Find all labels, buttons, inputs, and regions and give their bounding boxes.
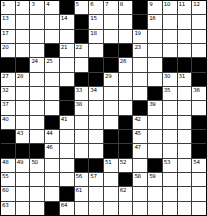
cell-r11c6[interactable] bbox=[75, 144, 89, 157]
cell-r14c8[interactable] bbox=[104, 187, 118, 200]
cell-r9c11[interactable] bbox=[148, 116, 162, 129]
cell-r1c4[interactable]: 4 bbox=[45, 1, 59, 14]
cell-r7c12[interactable]: 35 bbox=[163, 87, 177, 100]
clue-number-5: 5 bbox=[76, 1, 79, 7]
clue-number-48: 48 bbox=[2, 159, 8, 165]
clue-number-9: 9 bbox=[149, 1, 152, 7]
cell-r7c2[interactable] bbox=[16, 87, 30, 100]
cell-r8c1[interactable]: 37 bbox=[1, 101, 15, 114]
cell-r14c4[interactable] bbox=[45, 187, 59, 200]
cell-r13c13[interactable] bbox=[178, 173, 192, 186]
cell-r12c4[interactable] bbox=[45, 159, 59, 172]
black-cell bbox=[133, 1, 147, 14]
clue-number-34: 34 bbox=[90, 87, 96, 93]
cell-r14c10[interactable] bbox=[133, 187, 147, 200]
cell-r5c6[interactable] bbox=[75, 58, 89, 71]
cell-r13c3[interactable] bbox=[30, 173, 44, 186]
cell-r14c6[interactable]: 61 bbox=[75, 187, 89, 200]
cell-r4c10[interactable]: 23 bbox=[133, 44, 147, 57]
cell-r2c14[interactable] bbox=[192, 15, 206, 28]
cell-r1c2[interactable]: 2 bbox=[16, 1, 30, 14]
cell-r1c7[interactable]: 6 bbox=[89, 1, 103, 14]
cell-r10c3[interactable] bbox=[30, 130, 44, 143]
clue-number-17: 17 bbox=[2, 30, 8, 36]
clue-number-38: 38 bbox=[76, 101, 82, 107]
cell-r6c11[interactable] bbox=[148, 73, 162, 86]
clue-number-39: 39 bbox=[149, 101, 155, 107]
black-cell bbox=[192, 58, 206, 71]
clue-number-61: 61 bbox=[76, 187, 82, 193]
clue-number-64: 64 bbox=[61, 202, 67, 208]
black-cell bbox=[45, 202, 59, 215]
cell-r8c12[interactable] bbox=[163, 101, 177, 114]
black-cell bbox=[60, 1, 74, 14]
cell-r14c7[interactable] bbox=[89, 187, 103, 200]
cell-r2c13[interactable] bbox=[178, 15, 192, 28]
black-cell bbox=[1, 144, 15, 157]
black-cell bbox=[148, 159, 162, 172]
cell-r13c11[interactable]: 59 bbox=[148, 173, 162, 186]
cell-r3c12[interactable] bbox=[163, 30, 177, 43]
clue-number-30: 30 bbox=[164, 73, 170, 79]
clue-number-27: 27 bbox=[2, 73, 8, 79]
black-cell bbox=[45, 44, 59, 57]
cell-r9c13[interactable] bbox=[178, 116, 192, 129]
cell-r2c7[interactable]: 15 bbox=[89, 15, 103, 28]
cell-r9c8[interactable] bbox=[104, 116, 118, 129]
cell-r4c11[interactable] bbox=[148, 44, 162, 57]
black-cell bbox=[133, 15, 147, 28]
clue-number-20: 20 bbox=[2, 44, 8, 50]
black-cell bbox=[60, 101, 74, 114]
black-cell bbox=[75, 15, 89, 28]
cell-r7c13[interactable] bbox=[178, 87, 192, 100]
cell-r4c5[interactable]: 21 bbox=[60, 44, 74, 57]
black-cell bbox=[75, 30, 89, 43]
black-cell bbox=[1, 130, 15, 143]
cell-r7c1[interactable]: 32 bbox=[1, 87, 15, 100]
cell-r8c3[interactable] bbox=[30, 101, 44, 114]
cell-r2c3[interactable] bbox=[30, 15, 44, 28]
cell-r1c8[interactable]: 7 bbox=[104, 1, 118, 14]
clue-number-53: 53 bbox=[164, 159, 170, 165]
clue-number-7: 7 bbox=[105, 1, 108, 7]
cell-r1c11[interactable]: 9 bbox=[148, 1, 162, 14]
cell-r14c1[interactable]: 60 bbox=[1, 187, 15, 200]
clue-number-42: 42 bbox=[134, 116, 140, 122]
cell-r10c13[interactable] bbox=[178, 130, 192, 143]
cell-r6c4[interactable] bbox=[45, 73, 59, 86]
cell-r13c4[interactable] bbox=[45, 173, 59, 186]
cell-r15c3[interactable] bbox=[30, 202, 44, 215]
cell-r8c7[interactable] bbox=[89, 101, 103, 114]
black-cell bbox=[60, 87, 74, 100]
cell-r11c10[interactable]: 47 bbox=[133, 144, 147, 157]
cell-r1c12[interactable]: 10 bbox=[163, 1, 177, 14]
cell-r15c2[interactable] bbox=[16, 202, 30, 215]
cell-r7c8[interactable] bbox=[104, 87, 118, 100]
cell-r3c4[interactable] bbox=[45, 30, 59, 43]
cell-r1c1[interactable]: 1 bbox=[1, 1, 15, 14]
cell-r15c12[interactable] bbox=[163, 202, 177, 215]
clue-number-46: 46 bbox=[46, 144, 52, 150]
cell-r14c12[interactable] bbox=[163, 187, 177, 200]
cell-r7c3[interactable] bbox=[30, 87, 44, 100]
cell-r10c2[interactable]: 43 bbox=[16, 130, 30, 143]
black-cell bbox=[30, 144, 44, 157]
clue-number-55: 55 bbox=[2, 173, 8, 179]
cell-r2c4[interactable] bbox=[45, 15, 59, 28]
clue-number-2: 2 bbox=[17, 1, 20, 7]
cell-r13c5[interactable] bbox=[60, 173, 74, 186]
cell-r11c11[interactable] bbox=[148, 144, 162, 157]
black-cell bbox=[89, 58, 103, 71]
cell-r3c13[interactable] bbox=[178, 30, 192, 43]
cell-r15c7[interactable] bbox=[89, 202, 103, 215]
cell-r7c9[interactable] bbox=[119, 87, 133, 100]
cell-r13c7[interactable]: 57 bbox=[89, 173, 103, 186]
cell-r1c9[interactable]: 8 bbox=[119, 1, 133, 14]
black-cell bbox=[104, 44, 118, 57]
clue-number-21: 21 bbox=[61, 44, 67, 50]
crossword-grid: 1234567891011121314151617181920212223242… bbox=[0, 0, 207, 216]
clue-number-63: 63 bbox=[2, 202, 8, 208]
cell-r5c10[interactable] bbox=[133, 58, 147, 71]
cell-r15c9[interactable] bbox=[119, 202, 133, 215]
cell-r12c1[interactable]: 48 bbox=[1, 159, 15, 172]
cell-r9c7[interactable] bbox=[89, 116, 103, 129]
clue-number-8: 8 bbox=[120, 1, 123, 7]
cell-r5c9[interactable]: 26 bbox=[119, 58, 133, 71]
black-cell bbox=[89, 159, 103, 172]
clue-number-22: 22 bbox=[76, 44, 82, 50]
cell-r2c1[interactable]: 13 bbox=[1, 15, 15, 28]
cell-r7c7[interactable]: 34 bbox=[89, 87, 103, 100]
black-cell bbox=[119, 173, 133, 186]
clue-number-57: 57 bbox=[90, 173, 96, 179]
cell-r7c10[interactable] bbox=[133, 87, 147, 100]
black-cell bbox=[104, 144, 118, 157]
clue-number-60: 60 bbox=[2, 187, 8, 193]
cell-r10c7[interactable] bbox=[89, 130, 103, 143]
crossword-page: 1234567891011121314151617181920212223242… bbox=[0, 0, 207, 216]
cell-r6c8[interactable]: 29 bbox=[104, 73, 118, 86]
cell-r12c13[interactable] bbox=[178, 159, 192, 172]
black-cell bbox=[1, 58, 15, 71]
cell-r15c10[interactable] bbox=[133, 202, 147, 215]
cell-r13c2[interactable] bbox=[16, 173, 30, 186]
clue-number-62: 62 bbox=[120, 187, 126, 193]
cell-r5c3[interactable]: 24 bbox=[30, 58, 44, 71]
clue-number-3: 3 bbox=[31, 1, 34, 7]
cell-r14c3[interactable] bbox=[30, 187, 44, 200]
cell-r15c14[interactable] bbox=[192, 202, 206, 215]
cell-r2c9[interactable] bbox=[119, 15, 133, 28]
cell-r13c10[interactable]: 58 bbox=[133, 173, 147, 186]
clue-number-6: 6 bbox=[90, 1, 93, 7]
cell-r11c5[interactable] bbox=[60, 144, 74, 157]
black-cell bbox=[192, 116, 206, 129]
clue-number-16: 16 bbox=[149, 15, 155, 21]
clue-number-58: 58 bbox=[134, 173, 140, 179]
cell-r15c1[interactable]: 63 bbox=[1, 202, 15, 215]
cell-r4c1[interactable]: 20 bbox=[1, 44, 15, 57]
cell-r10c5[interactable] bbox=[60, 130, 74, 143]
cell-r5c4[interactable]: 25 bbox=[45, 58, 59, 71]
cell-r9c10[interactable]: 42 bbox=[133, 116, 147, 129]
clue-number-59: 59 bbox=[149, 173, 155, 179]
cell-r12c10[interactable] bbox=[133, 159, 147, 172]
cell-r4c7[interactable] bbox=[89, 44, 103, 57]
clue-number-35: 35 bbox=[164, 87, 170, 93]
black-cell bbox=[104, 58, 118, 71]
clue-number-26: 26 bbox=[120, 58, 126, 64]
clue-number-19: 19 bbox=[134, 30, 140, 36]
clue-number-1: 1 bbox=[2, 1, 5, 7]
black-cell bbox=[104, 130, 118, 143]
cell-r3c2[interactable] bbox=[16, 30, 30, 43]
cell-r6c5[interactable] bbox=[60, 73, 74, 86]
cell-r8c9[interactable] bbox=[119, 101, 133, 114]
black-cell bbox=[178, 58, 192, 71]
cell-r4c2[interactable] bbox=[16, 44, 30, 57]
black-cell bbox=[119, 130, 133, 143]
cell-r11c4[interactable]: 46 bbox=[45, 144, 59, 157]
cell-r14c14[interactable] bbox=[192, 187, 206, 200]
clue-number-4: 4 bbox=[46, 1, 49, 7]
cell-r12c3[interactable]: 50 bbox=[30, 159, 44, 172]
clue-number-23: 23 bbox=[134, 44, 140, 50]
clue-number-41: 41 bbox=[61, 116, 67, 122]
cell-r10c4[interactable]: 44 bbox=[45, 130, 59, 143]
cell-r15c8[interactable] bbox=[104, 202, 118, 215]
black-cell bbox=[16, 144, 30, 157]
cell-r14c9[interactable]: 62 bbox=[119, 187, 133, 200]
cell-r12c14[interactable]: 54 bbox=[192, 159, 206, 172]
cell-r10c6[interactable] bbox=[75, 130, 89, 143]
cell-r9c1[interactable]: 40 bbox=[1, 116, 15, 129]
cell-r2c5[interactable]: 14 bbox=[60, 15, 74, 28]
cell-r5c11[interactable] bbox=[148, 58, 162, 71]
cell-r6c2[interactable]: 28 bbox=[16, 73, 30, 86]
cell-r14c11[interactable] bbox=[148, 187, 162, 200]
cell-r9c12[interactable] bbox=[163, 116, 177, 129]
clue-number-40: 40 bbox=[2, 116, 8, 122]
cell-r7c14[interactable]: 36 bbox=[192, 87, 206, 100]
cell-r5c5[interactable] bbox=[60, 58, 74, 71]
black-cell bbox=[148, 87, 162, 100]
cell-r13c1[interactable]: 55 bbox=[1, 173, 15, 186]
cell-r6c1[interactable]: 27 bbox=[1, 73, 15, 86]
cell-r9c3[interactable] bbox=[30, 116, 44, 129]
cell-r4c13[interactable] bbox=[178, 44, 192, 57]
cell-r8c4[interactable] bbox=[45, 101, 59, 114]
cell-r4c6[interactable]: 22 bbox=[75, 44, 89, 57]
cell-r4c12[interactable] bbox=[163, 44, 177, 57]
cell-r14c2[interactable] bbox=[16, 187, 30, 200]
cell-r3c9[interactable] bbox=[119, 30, 133, 43]
cell-r3c11[interactable] bbox=[148, 30, 162, 43]
cell-r12c12[interactable]: 53 bbox=[163, 159, 177, 172]
cell-r11c7[interactable] bbox=[89, 144, 103, 157]
clue-number-24: 24 bbox=[31, 58, 37, 64]
clue-number-47: 47 bbox=[134, 144, 140, 150]
clue-number-52: 52 bbox=[120, 159, 126, 165]
cell-r3c7[interactable]: 18 bbox=[89, 30, 103, 43]
cell-r13c14[interactable] bbox=[192, 173, 206, 186]
clue-number-13: 13 bbox=[2, 15, 8, 21]
cell-r15c11[interactable] bbox=[148, 202, 162, 215]
cell-r10c11[interactable] bbox=[148, 130, 162, 143]
clue-number-18: 18 bbox=[90, 30, 96, 36]
cell-r11c13[interactable] bbox=[178, 144, 192, 157]
cell-r2c2[interactable] bbox=[16, 15, 30, 28]
clue-number-29: 29 bbox=[105, 73, 111, 79]
cell-r10c12[interactable] bbox=[163, 130, 177, 143]
cell-r2c12[interactable] bbox=[163, 15, 177, 28]
black-cell bbox=[119, 44, 133, 57]
cell-r12c5[interactable] bbox=[60, 159, 74, 172]
clue-number-51: 51 bbox=[105, 159, 111, 165]
clue-number-49: 49 bbox=[17, 159, 23, 165]
cell-r14c13[interactable] bbox=[178, 187, 192, 200]
clue-number-31: 31 bbox=[179, 73, 185, 79]
cell-r8c11[interactable]: 39 bbox=[148, 101, 162, 114]
cell-r3c3[interactable] bbox=[30, 30, 44, 43]
clue-number-45: 45 bbox=[134, 130, 140, 136]
cell-r10c10[interactable]: 45 bbox=[133, 130, 147, 143]
black-cell bbox=[192, 73, 206, 86]
cell-r1c6[interactable]: 5 bbox=[75, 1, 89, 14]
cell-r8c13[interactable] bbox=[178, 101, 192, 114]
clue-number-11: 11 bbox=[179, 1, 185, 7]
clue-number-15: 15 bbox=[90, 15, 96, 21]
clue-number-56: 56 bbox=[76, 173, 82, 179]
cell-r1c13[interactable]: 11 bbox=[178, 1, 192, 14]
cell-r13c8[interactable] bbox=[104, 173, 118, 186]
clue-number-14: 14 bbox=[61, 15, 67, 21]
cell-r4c3[interactable] bbox=[30, 44, 44, 57]
cell-r3c8[interactable] bbox=[104, 30, 118, 43]
cell-r6c10[interactable] bbox=[133, 73, 147, 86]
cell-r3c14[interactable] bbox=[192, 30, 206, 43]
black-cell bbox=[89, 73, 103, 86]
cell-r6c12[interactable]: 30 bbox=[163, 73, 177, 86]
cell-r1c14[interactable]: 12 bbox=[192, 1, 206, 14]
cell-r11c12[interactable] bbox=[163, 144, 177, 157]
black-cell bbox=[119, 144, 133, 157]
clue-number-44: 44 bbox=[46, 130, 52, 136]
cell-r9c5[interactable]: 41 bbox=[60, 116, 74, 129]
clue-number-28: 28 bbox=[17, 73, 23, 79]
clue-number-12: 12 bbox=[193, 1, 199, 7]
cell-r8c8[interactable] bbox=[104, 101, 118, 114]
cell-r3c10[interactable]: 19 bbox=[133, 30, 147, 43]
clue-number-33: 33 bbox=[76, 87, 82, 93]
cell-r6c9[interactable] bbox=[119, 73, 133, 86]
cell-r8c2[interactable] bbox=[16, 101, 30, 114]
black-cell bbox=[45, 116, 59, 129]
cell-r12c9[interactable]: 52 bbox=[119, 159, 133, 172]
clue-number-10: 10 bbox=[164, 1, 170, 7]
black-cell bbox=[60, 187, 74, 200]
cell-r8c6[interactable]: 38 bbox=[75, 101, 89, 114]
black-cell bbox=[16, 58, 30, 71]
cell-r2c11[interactable]: 16 bbox=[148, 15, 162, 28]
cell-r3c5[interactable] bbox=[60, 30, 74, 43]
black-cell bbox=[75, 159, 89, 172]
cell-r9c6[interactable] bbox=[75, 116, 89, 129]
clue-number-37: 37 bbox=[2, 101, 8, 107]
black-cell bbox=[75, 73, 89, 86]
cell-r13c6[interactable]: 56 bbox=[75, 173, 89, 186]
cell-r7c6[interactable]: 33 bbox=[75, 87, 89, 100]
black-cell bbox=[163, 58, 177, 71]
clue-number-25: 25 bbox=[46, 58, 52, 64]
cell-r12c2[interactable]: 49 bbox=[16, 159, 30, 172]
cell-r2c8[interactable] bbox=[104, 15, 118, 28]
cell-r3c1[interactable]: 17 bbox=[1, 30, 15, 43]
clue-number-54: 54 bbox=[193, 159, 199, 165]
cell-r4c14[interactable] bbox=[192, 44, 206, 57]
cell-r15c5[interactable]: 64 bbox=[60, 202, 74, 215]
clue-number-50: 50 bbox=[31, 159, 37, 165]
cell-r9c2[interactable] bbox=[16, 116, 30, 129]
clue-number-43: 43 bbox=[17, 130, 23, 136]
cell-r1c3[interactable]: 3 bbox=[30, 1, 44, 14]
black-cell bbox=[119, 116, 133, 129]
clue-number-36: 36 bbox=[193, 87, 199, 93]
cell-r15c6[interactable] bbox=[75, 202, 89, 215]
clue-number-32: 32 bbox=[2, 87, 8, 93]
cell-r7c4[interactable] bbox=[45, 87, 59, 100]
cell-r12c8[interactable]: 51 bbox=[104, 159, 118, 172]
black-cell bbox=[192, 130, 206, 143]
cell-r8c14[interactable] bbox=[192, 101, 206, 114]
cell-r13c12[interactable] bbox=[163, 173, 177, 186]
cell-r6c3[interactable] bbox=[30, 73, 44, 86]
cell-r6c13[interactable]: 31 bbox=[178, 73, 192, 86]
black-cell bbox=[133, 101, 147, 114]
cell-r15c13[interactable] bbox=[178, 202, 192, 215]
black-cell bbox=[192, 144, 206, 157]
